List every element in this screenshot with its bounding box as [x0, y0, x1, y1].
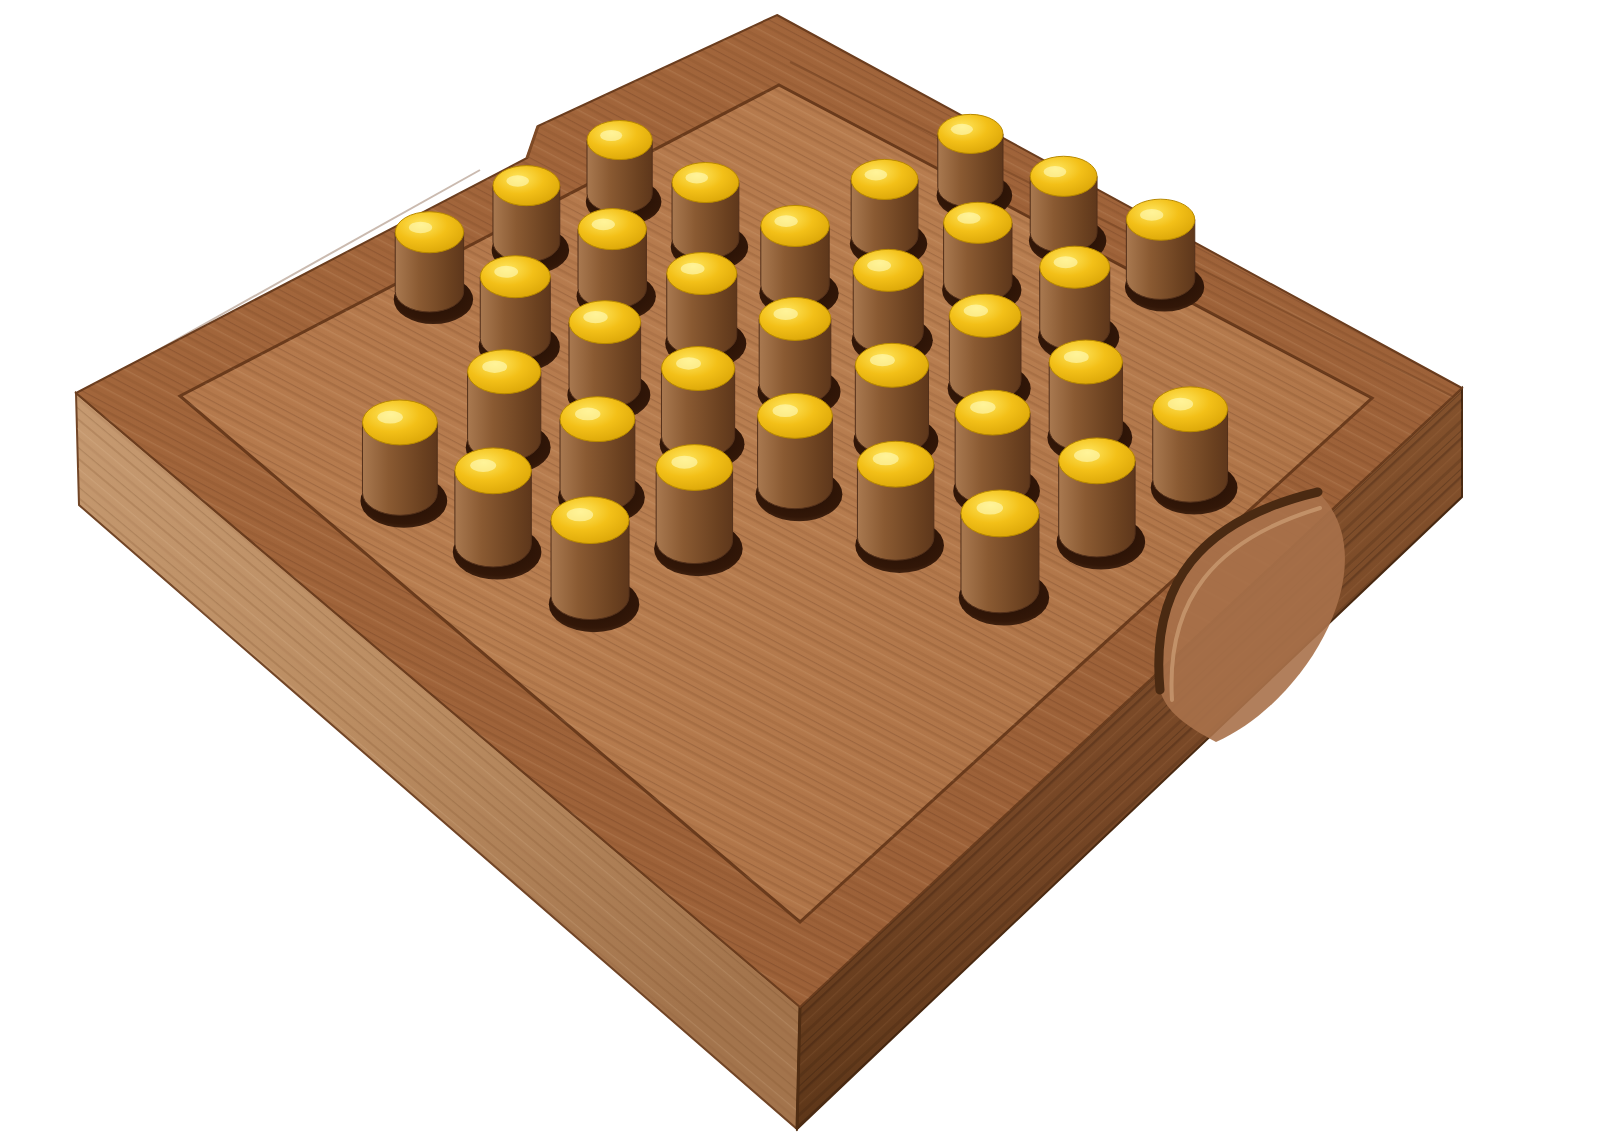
peg-r3c7[interactable]: [1151, 387, 1238, 515]
peg-top-yellow: [1049, 340, 1122, 384]
peg-top-highlight: [951, 124, 973, 135]
peg-top-highlight: [773, 404, 798, 417]
peg-top-yellow: [587, 121, 652, 160]
peg-top-highlight: [409, 222, 432, 234]
peg-top-yellow: [938, 114, 1003, 153]
product-photo-scene: [0, 0, 1603, 1134]
peg-top-yellow: [578, 209, 646, 250]
peg-top-yellow: [855, 343, 928, 387]
peg-top-highlight: [977, 501, 1004, 514]
peg-top-yellow: [853, 249, 923, 291]
peg-top-highlight: [600, 130, 622, 141]
peg-top-highlight: [583, 311, 607, 323]
peg-top-yellow: [944, 202, 1012, 243]
peg-top-highlight: [970, 401, 995, 414]
peg-top-yellow: [455, 448, 531, 494]
peg-r7c5[interactable]: [549, 497, 639, 632]
peg-top-highlight: [567, 508, 594, 521]
peg-top-yellow: [656, 445, 732, 491]
peg-top-yellow: [759, 297, 831, 340]
peg-top-highlight: [873, 452, 899, 465]
peg-top-highlight: [494, 266, 518, 278]
peg-top-yellow: [480, 256, 550, 298]
peg-top-highlight: [865, 169, 888, 180]
peg-top-highlight: [1064, 351, 1089, 363]
peg-top-yellow: [468, 350, 541, 394]
peg-top-highlight: [774, 308, 798, 320]
peg-top-yellow: [949, 294, 1021, 337]
peg-top-highlight: [671, 456, 697, 469]
peg-top-highlight: [470, 459, 496, 472]
peg-top-highlight: [1140, 209, 1163, 221]
peg-top-yellow: [857, 441, 933, 487]
peg-top-highlight: [377, 411, 402, 424]
peg-top-yellow: [672, 162, 739, 202]
peg-top-yellow: [851, 159, 918, 199]
peg-r5c6[interactable]: [855, 441, 944, 573]
peg-top-highlight: [957, 212, 980, 224]
peg-top-highlight: [867, 260, 891, 272]
peg-r5c1[interactable]: [394, 212, 473, 324]
peg-top-yellow: [1153, 387, 1228, 432]
peg-top-yellow: [1059, 438, 1135, 484]
peg-top-highlight: [1168, 398, 1193, 411]
peg-r5c5[interactable]: [756, 393, 843, 521]
peg-top-yellow: [761, 205, 829, 246]
peg-r7c3[interactable]: [360, 400, 447, 528]
peg-r7c4[interactable]: [453, 448, 542, 580]
peg-top-yellow: [955, 390, 1030, 435]
peg-top-highlight: [676, 357, 701, 369]
peg-top-highlight: [774, 215, 797, 227]
peg-top-yellow: [362, 400, 437, 445]
peg-top-highlight: [681, 263, 705, 275]
peg-top-yellow: [1126, 199, 1194, 240]
peg-r1c5[interactable]: [1125, 199, 1204, 311]
peg-top-highlight: [575, 408, 600, 421]
peg-top-yellow: [493, 166, 560, 206]
peg-top-yellow: [1040, 246, 1110, 288]
peg-top-yellow: [1030, 156, 1097, 196]
peg-top-highlight: [482, 360, 507, 372]
peg-top-yellow: [395, 212, 463, 253]
peg-r6c5[interactable]: [654, 445, 743, 577]
peg-top-highlight: [592, 219, 615, 231]
peg-r5c7[interactable]: [959, 490, 1049, 625]
peg-top-highlight: [506, 175, 529, 186]
peg-top-yellow: [569, 301, 641, 344]
peg-top-highlight: [685, 172, 708, 183]
peg-top-highlight: [870, 354, 895, 366]
peg-top-highlight: [1054, 256, 1078, 268]
peg-top-highlight: [964, 305, 988, 317]
peg-top-yellow: [551, 497, 629, 544]
solitaire-box: [0, 0, 1603, 1134]
peg-top-highlight: [1044, 166, 1067, 177]
peg-top-highlight: [1074, 449, 1100, 462]
peg-r4c7[interactable]: [1057, 438, 1146, 570]
peg-top-yellow: [758, 393, 833, 438]
peg-top-yellow: [560, 397, 635, 442]
peg-top-yellow: [661, 347, 734, 391]
peg-top-yellow: [667, 253, 737, 295]
peg-top-yellow: [961, 490, 1039, 537]
